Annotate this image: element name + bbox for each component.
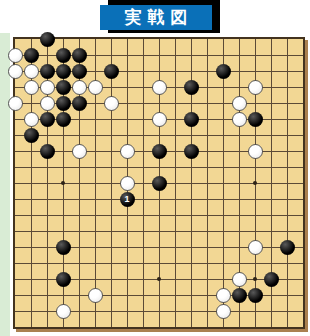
marked-move-stone: 1 (120, 192, 135, 207)
white-stone (232, 272, 247, 287)
black-stone (56, 48, 71, 63)
black-stone (40, 112, 55, 127)
black-stone (280, 240, 295, 255)
diagram-title: 実戦図 (100, 5, 212, 30)
white-stone (232, 96, 247, 111)
star-point (157, 277, 161, 281)
black-stone (232, 288, 247, 303)
white-stone (88, 80, 103, 95)
white-stone (248, 144, 263, 159)
black-stone (152, 144, 167, 159)
black-stone (40, 64, 55, 79)
white-stone (152, 80, 167, 95)
black-stone (104, 64, 119, 79)
black-stone (184, 112, 199, 127)
diagram-page: 実戦図 1 (0, 0, 310, 336)
black-stone (56, 64, 71, 79)
black-stone (248, 288, 263, 303)
white-stone (120, 144, 135, 159)
white-stone (248, 240, 263, 255)
black-stone (72, 64, 87, 79)
black-stone (24, 48, 39, 63)
star-point (253, 181, 257, 185)
black-stone (56, 96, 71, 111)
white-stone (8, 64, 23, 79)
go-board: 1 (13, 37, 305, 329)
white-stone (216, 288, 231, 303)
black-stone (24, 128, 39, 143)
black-stone (248, 112, 263, 127)
star-point (61, 181, 65, 185)
black-stone (216, 64, 231, 79)
black-stone (264, 272, 279, 287)
diagram-title-label: 実戦図 (119, 6, 194, 29)
black-stone (184, 80, 199, 95)
white-stone (72, 144, 87, 159)
black-stone (56, 112, 71, 127)
black-stone (72, 96, 87, 111)
black-stone (72, 48, 87, 63)
white-stone (56, 304, 71, 319)
white-stone (152, 112, 167, 127)
grid-line (207, 39, 208, 327)
white-stone (120, 176, 135, 191)
white-stone (248, 80, 263, 95)
white-stone (104, 96, 119, 111)
star-point (253, 277, 257, 281)
black-stone (56, 240, 71, 255)
black-stone (56, 80, 71, 95)
black-stone (56, 272, 71, 287)
left-margin-strip (0, 33, 10, 336)
white-stone (8, 96, 23, 111)
white-stone (24, 80, 39, 95)
white-stone (8, 48, 23, 63)
white-stone (40, 80, 55, 95)
black-stone (184, 144, 199, 159)
black-stone (40, 144, 55, 159)
white-stone (232, 112, 247, 127)
grid-line (15, 263, 303, 264)
grid-line (287, 39, 288, 327)
black-stone (152, 176, 167, 191)
grid-line (223, 39, 224, 327)
white-stone (72, 80, 87, 95)
grid-line (15, 215, 303, 216)
white-stone (24, 112, 39, 127)
black-stone (40, 32, 55, 47)
grid-line (15, 199, 303, 200)
white-stone (40, 96, 55, 111)
white-stone (216, 304, 231, 319)
grid-line (15, 231, 303, 232)
white-stone (88, 288, 103, 303)
grid-line (175, 39, 176, 327)
white-stone (24, 64, 39, 79)
